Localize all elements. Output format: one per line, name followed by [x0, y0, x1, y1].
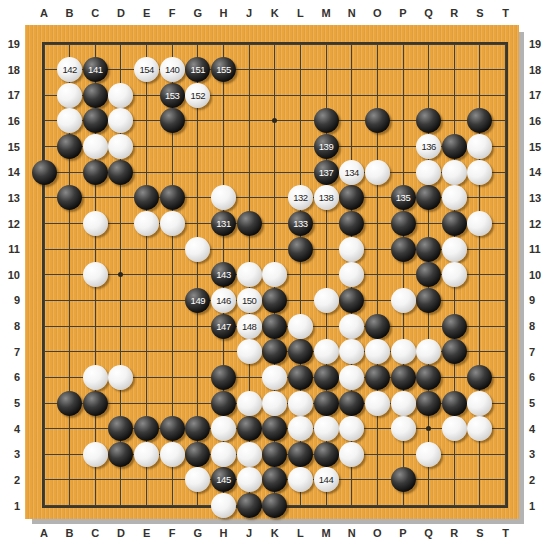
white-stone-S5 — [467, 391, 492, 416]
black-stone-M3 — [314, 442, 339, 467]
row-label-right: 13 — [529, 192, 549, 204]
black-stone-L7 — [288, 339, 313, 364]
column-label-bottom: H — [213, 527, 235, 539]
move-number: 147 — [216, 321, 230, 332]
black-stone-L12: 133 — [288, 211, 313, 236]
move-number: 142 — [62, 64, 76, 75]
black-stone-C17 — [83, 83, 108, 108]
black-stone-R12 — [442, 211, 467, 236]
black-stone-D14 — [108, 160, 133, 185]
white-stone-R11 — [442, 237, 467, 262]
white-stone-G17: 152 — [185, 83, 210, 108]
column-label-top: K — [264, 7, 286, 19]
column-label-top: R — [443, 7, 465, 19]
move-number: 135 — [396, 192, 410, 203]
move-number: 149 — [191, 295, 205, 306]
white-stone-L5 — [288, 391, 313, 416]
move-number: 144 — [319, 474, 333, 485]
black-stone-M16 — [314, 108, 339, 133]
column-label-bottom: S — [469, 527, 491, 539]
black-stone-C14 — [83, 160, 108, 185]
black-stone-L11 — [288, 237, 313, 262]
row-label-right: 5 — [529, 397, 549, 409]
column-label-top: L — [289, 7, 311, 19]
white-stone-F18: 140 — [160, 57, 185, 82]
column-label-top: S — [469, 7, 491, 19]
black-stone-M14: 137 — [314, 160, 339, 185]
column-label-bottom: A — [33, 527, 55, 539]
white-stone-J3 — [237, 442, 262, 467]
black-stone-R5 — [442, 391, 467, 416]
black-stone-R15 — [442, 134, 467, 159]
move-number: 136 — [421, 141, 435, 152]
move-number: 155 — [216, 64, 230, 75]
column-label-top: A — [33, 7, 55, 19]
white-stone-R13 — [442, 185, 467, 210]
column-label-top: F — [161, 7, 183, 19]
move-number: 148 — [242, 321, 256, 332]
white-stone-H9: 146 — [211, 288, 236, 313]
black-stone-H8: 147 — [211, 314, 236, 339]
row-label-right: 7 — [529, 346, 549, 358]
move-number: 138 — [319, 192, 333, 203]
white-stone-E3 — [134, 442, 159, 467]
black-stone-C5 — [83, 391, 108, 416]
column-label-bottom: L — [289, 527, 311, 539]
column-label-top: B — [59, 7, 81, 19]
white-stone-J2 — [237, 467, 262, 492]
move-number: 137 — [319, 167, 333, 178]
black-stone-H12: 131 — [211, 211, 236, 236]
black-stone-P13: 135 — [391, 185, 416, 210]
row-label-right: 16 — [529, 115, 549, 127]
move-number: 146 — [216, 295, 230, 306]
black-stone-B5 — [57, 391, 82, 416]
white-stone-L4 — [288, 416, 313, 441]
column-label-bottom: P — [392, 527, 414, 539]
column-label-top: P — [392, 7, 414, 19]
black-stone-M6 — [314, 365, 339, 390]
black-stone-P12 — [391, 211, 416, 236]
row-label-left: 2 — [2, 474, 20, 486]
row-label-left: 15 — [2, 141, 20, 153]
black-stone-K1 — [262, 493, 287, 518]
black-stone-J1 — [237, 493, 262, 518]
white-stone-Q3 — [416, 442, 441, 467]
white-stone-J5 — [237, 391, 262, 416]
row-label-right: 2 — [529, 474, 549, 486]
column-label-top: J — [238, 7, 260, 19]
white-stone-C3 — [83, 442, 108, 467]
column-label-bottom: G — [187, 527, 209, 539]
row-label-left: 8 — [2, 320, 20, 332]
move-number: 132 — [293, 192, 307, 203]
black-stone-O6 — [365, 365, 390, 390]
row-label-left: 17 — [2, 89, 20, 101]
column-label-bottom: R — [443, 527, 465, 539]
black-stone-F4 — [160, 416, 185, 441]
move-number: 133 — [293, 218, 307, 229]
white-stone-H3 — [211, 442, 236, 467]
column-label-bottom: J — [238, 527, 260, 539]
row-label-right: 8 — [529, 320, 549, 332]
white-stone-J7 — [237, 339, 262, 364]
black-stone-K8 — [262, 314, 287, 339]
white-stone-O14 — [365, 160, 390, 185]
row-label-left: 3 — [2, 448, 20, 460]
move-number: 154 — [139, 64, 153, 75]
row-label-right: 9 — [529, 294, 549, 306]
white-stone-L8 — [288, 314, 313, 339]
white-stone-K5 — [262, 391, 287, 416]
row-label-left: 5 — [2, 397, 20, 409]
white-stone-N11 — [339, 237, 364, 262]
white-stone-F12 — [160, 211, 185, 236]
black-stone-H6 — [211, 365, 236, 390]
black-stone-Q5 — [416, 391, 441, 416]
row-label-right: 17 — [529, 89, 549, 101]
black-stone-O8 — [365, 314, 390, 339]
white-stone-C15 — [83, 134, 108, 159]
white-stone-K6 — [262, 365, 287, 390]
white-stone-H1 — [211, 493, 236, 518]
black-stone-L6 — [288, 365, 313, 390]
column-label-bottom: B — [59, 527, 81, 539]
black-stone-L3 — [288, 442, 313, 467]
column-label-top: E — [136, 7, 158, 19]
white-stone-M4 — [314, 416, 339, 441]
move-number: 150 — [242, 295, 256, 306]
move-number: 131 — [216, 218, 230, 229]
move-number: 143 — [216, 269, 230, 280]
column-label-bottom: M — [315, 527, 337, 539]
move-number: 140 — [165, 64, 179, 75]
move-number: 151 — [191, 64, 205, 75]
black-stone-P6 — [391, 365, 416, 390]
row-label-left: 10 — [2, 269, 20, 281]
white-stone-N14: 134 — [339, 160, 364, 185]
row-label-left: 1 — [2, 500, 20, 512]
white-stone-S14 — [467, 160, 492, 185]
black-stone-D3 — [108, 442, 133, 467]
black-stone-G3 — [185, 442, 210, 467]
black-stone-M5 — [314, 391, 339, 416]
black-stone-R7 — [442, 339, 467, 364]
column-label-top: N — [341, 7, 363, 19]
move-number: 134 — [345, 167, 359, 178]
row-label-left: 4 — [2, 423, 20, 435]
column-label-bottom: F — [161, 527, 183, 539]
white-stone-G11 — [185, 237, 210, 262]
row-label-left: 11 — [2, 243, 20, 255]
white-stone-Q14 — [416, 160, 441, 185]
row-label-left: 13 — [2, 192, 20, 204]
black-stone-M15: 139 — [314, 134, 339, 159]
row-label-left: 7 — [2, 346, 20, 358]
white-stone-F3 — [160, 442, 185, 467]
black-stone-F16 — [160, 108, 185, 133]
black-stone-F13 — [160, 185, 185, 210]
white-stone-O7 — [365, 339, 390, 364]
black-stone-J12 — [237, 211, 262, 236]
white-stone-J10 — [237, 262, 262, 287]
white-stone-J9: 150 — [237, 288, 262, 313]
black-stone-P2 — [391, 467, 416, 492]
row-label-left: 16 — [2, 115, 20, 127]
move-number: 152 — [191, 90, 205, 101]
move-number: 141 — [88, 64, 102, 75]
white-stone-M7 — [314, 339, 339, 364]
column-label-bottom: O — [366, 527, 388, 539]
row-label-right: 11 — [529, 243, 549, 255]
column-label-bottom: D — [110, 527, 132, 539]
white-stone-E12 — [134, 211, 159, 236]
row-label-right: 10 — [529, 269, 549, 281]
move-number: 145 — [216, 474, 230, 485]
black-stone-A14 — [32, 160, 57, 185]
white-stone-N3 — [339, 442, 364, 467]
black-stone-F17: 153 — [160, 83, 185, 108]
row-label-right: 14 — [529, 166, 549, 178]
column-label-top: T — [495, 7, 517, 19]
column-label-top: O — [366, 7, 388, 19]
white-stone-R10 — [442, 262, 467, 287]
white-stone-P5 — [391, 391, 416, 416]
black-stone-H5 — [211, 391, 236, 416]
white-stone-C10 — [83, 262, 108, 287]
row-label-left: 12 — [2, 218, 20, 230]
black-stone-H18: 155 — [211, 57, 236, 82]
white-stone-B17 — [57, 83, 82, 108]
black-stone-Q6 — [416, 365, 441, 390]
row-label-right: 1 — [529, 500, 549, 512]
column-label-top: M — [315, 7, 337, 19]
column-label-top: D — [110, 7, 132, 19]
column-label-top: Q — [418, 7, 440, 19]
black-stone-Q9 — [416, 288, 441, 313]
column-label-bottom: Q — [418, 527, 440, 539]
white-stone-R4 — [442, 416, 467, 441]
white-stone-J8: 148 — [237, 314, 262, 339]
row-label-right: 18 — [529, 64, 549, 76]
white-stone-N6 — [339, 365, 364, 390]
white-stone-O5 — [365, 391, 390, 416]
column-label-top: C — [84, 7, 106, 19]
row-label-right: 4 — [529, 423, 549, 435]
column-label-top: H — [213, 7, 235, 19]
go-board: 1411511551531391371351311331431491471451… — [25, 25, 519, 519]
white-stone-M13: 138 — [314, 185, 339, 210]
move-number: 153 — [165, 90, 179, 101]
column-label-bottom: C — [84, 527, 106, 539]
white-stone-P9 — [391, 288, 416, 313]
column-label-bottom: K — [264, 527, 286, 539]
white-stone-H4 — [211, 416, 236, 441]
row-label-left: 14 — [2, 166, 20, 178]
black-stone-N5 — [339, 391, 364, 416]
white-stone-M2: 144 — [314, 467, 339, 492]
white-stone-C12 — [83, 211, 108, 236]
black-stone-Q11 — [416, 237, 441, 262]
row-label-left: 9 — [2, 294, 20, 306]
white-stone-P4 — [391, 416, 416, 441]
column-label-top: G — [187, 7, 209, 19]
column-label-bottom: E — [136, 527, 158, 539]
black-stone-K3 — [262, 442, 287, 467]
row-label-right: 12 — [529, 218, 549, 230]
black-stone-R8 — [442, 314, 467, 339]
white-stone-P7 — [391, 339, 416, 364]
white-stone-C6 — [83, 365, 108, 390]
row-label-right: 6 — [529, 371, 549, 383]
row-label-left: 18 — [2, 64, 20, 76]
black-stone-N9 — [339, 288, 364, 313]
white-stone-M9 — [314, 288, 339, 313]
white-stone-N8 — [339, 314, 364, 339]
row-label-left: 6 — [2, 371, 20, 383]
row-label-right: 15 — [529, 141, 549, 153]
black-stone-J4 — [237, 416, 262, 441]
row-label-right: 19 — [529, 38, 549, 50]
black-stone-P11 — [391, 237, 416, 262]
go-diagram-page: 1411511551531391371351311331431491471451… — [0, 0, 550, 550]
column-label-bottom: T — [495, 527, 517, 539]
column-label-bottom: N — [341, 527, 363, 539]
row-label-right: 3 — [529, 448, 549, 460]
white-stone-R14 — [442, 160, 467, 185]
row-label-left: 19 — [2, 38, 20, 50]
move-number: 139 — [319, 141, 333, 152]
black-stone-C18: 141 — [83, 57, 108, 82]
